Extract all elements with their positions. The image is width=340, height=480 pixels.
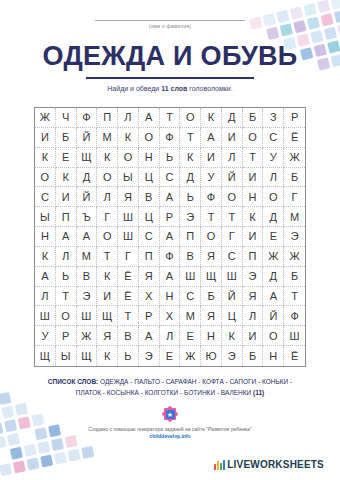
grid-cell[interactable]: Я (243, 287, 264, 307)
grid-cell[interactable]: Ц (139, 168, 160, 188)
grid-cell[interactable]: С (139, 227, 160, 247)
grid-cell[interactable]: А (56, 227, 77, 247)
grid-cell[interactable]: Э (180, 207, 201, 227)
grid-cell[interactable]: М (77, 247, 98, 267)
grid-cell[interactable]: Н (263, 346, 284, 366)
grid-cell[interactable]: Р (56, 326, 77, 346)
grid-cell[interactable]: Т (243, 148, 264, 168)
grid-cell[interactable]: В (180, 247, 201, 267)
grid-cell[interactable]: Д (263, 207, 284, 227)
grid-cell[interactable]: Р (160, 207, 181, 227)
grid-cell[interactable]: Ы (56, 346, 77, 366)
grid-cell[interactable]: К (201, 108, 222, 128)
grid-cell[interactable]: Е (160, 346, 181, 366)
decor-square (334, 10, 340, 23)
grid-cell[interactable]: Л (56, 247, 77, 267)
grid-cell[interactable]: Ж (284, 247, 305, 267)
grid-cell[interactable]: С (35, 187, 56, 207)
grid-cell[interactable]: Ф (284, 306, 305, 326)
grid-cell[interactable]: М (284, 207, 305, 227)
grid-cell[interactable]: О (35, 168, 56, 188)
grid-cell[interactable]: А (263, 287, 284, 307)
grid-cell[interactable]: Щ (77, 346, 98, 366)
grid-cell[interactable]: Л (243, 306, 264, 326)
instructions-suffix: головоломки. (187, 85, 232, 92)
grid-cell[interactable]: О (263, 187, 284, 207)
grid-cell[interactable]: В (118, 326, 139, 346)
grid-cell[interactable]: Э (222, 346, 243, 366)
grid-cell[interactable]: С (263, 128, 284, 148)
grid-cell[interactable]: Я (118, 187, 139, 207)
grid-cell[interactable]: Й (222, 168, 243, 188)
grid-cell[interactable]: Ь (160, 148, 181, 168)
grid-cell[interactable]: Ё (118, 287, 139, 307)
word-list-label: СПИСОК СЛОВ: (48, 378, 98, 385)
grid-cell[interactable]: Ж (263, 247, 284, 267)
grid-cell[interactable]: У (201, 168, 222, 188)
grid-cell[interactable]: Й (222, 287, 243, 307)
grid-cell[interactable]: Ь (56, 267, 77, 287)
grid-cell[interactable]: Ш (284, 326, 305, 346)
grid-cell[interactable]: А (201, 128, 222, 148)
grid-cell[interactable]: О (263, 326, 284, 346)
grid-cell[interactable]: М (180, 306, 201, 326)
grid-cell[interactable]: А (139, 108, 160, 128)
grid-cell[interactable]: Ч (56, 108, 77, 128)
grid-cell[interactable]: Щ (77, 148, 98, 168)
grid-cell[interactable]: О (97, 227, 118, 247)
logo-bar-red (214, 464, 216, 470)
grid-cell[interactable]: Н (35, 227, 56, 247)
logo-bar-blue (223, 460, 225, 470)
grid-cell[interactable]: У (263, 148, 284, 168)
instructions: Найди и обведи 11 слов головоломки. (0, 85, 340, 92)
grid-cell[interactable]: А (160, 187, 181, 207)
grid-cell[interactable]: И (201, 148, 222, 168)
grid-cell[interactable]: Ф (160, 247, 181, 267)
decor-square (0, 463, 12, 476)
grid-cell[interactable]: Г (222, 227, 243, 247)
instructions-word-count: 11 слов (161, 85, 187, 92)
grid-cell[interactable]: Я (201, 306, 222, 326)
grid-cell[interactable]: Т (160, 108, 181, 128)
grid-cell[interactable]: К (180, 148, 201, 168)
grid-cell[interactable]: О (97, 168, 118, 188)
grid-cell[interactable]: П (97, 108, 118, 128)
grid-cell[interactable]: Е (263, 227, 284, 247)
grid-cell[interactable]: Е (180, 326, 201, 346)
grid-cell[interactable]: Т (118, 306, 139, 326)
credit-text: Создано с помощью генератора заданий на … (0, 426, 340, 440)
grid-cell[interactable]: Й (263, 306, 284, 326)
grid-cell[interactable]: Э (139, 346, 160, 366)
grid-cell[interactable]: О (118, 148, 139, 168)
grid-cell[interactable]: А (160, 267, 181, 287)
grid-cell[interactable]: А (35, 267, 56, 287)
grid-cell[interactable]: Ш (77, 306, 98, 326)
grid-cell[interactable]: С (160, 168, 181, 188)
grid-cell[interactable]: Н (243, 187, 264, 207)
credit-link[interactable]: childdevelop.info (149, 433, 190, 439)
grid-cell[interactable]: К (243, 207, 264, 227)
liveworksheets-logo-icon (214, 460, 225, 470)
grid-cell[interactable]: Б (243, 346, 264, 366)
grid-cell[interactable]: Ё (284, 346, 305, 366)
grid-cell[interactable]: Б (284, 168, 305, 188)
grid-cell[interactable]: Н (160, 287, 181, 307)
decor-square (37, 441, 50, 454)
decor-square (290, 6, 303, 19)
grid-cell[interactable]: Р (284, 108, 305, 128)
grid-cell[interactable]: О (139, 128, 160, 148)
grid-cell[interactable]: Ф (77, 108, 98, 128)
grid-cell[interactable]: П (139, 247, 160, 267)
decor-square (54, 452, 67, 465)
grid-cell[interactable]: Г (118, 247, 139, 267)
grid-cell[interactable]: И (56, 187, 77, 207)
grid-cell[interactable]: К (35, 148, 56, 168)
grid-cell[interactable]: А (139, 326, 160, 346)
grid-cell[interactable]: Х (139, 287, 160, 307)
grid-cell[interactable]: Л (160, 326, 181, 346)
grid-cell[interactable]: Ш (118, 227, 139, 247)
title-underline (86, 77, 254, 79)
decor-square (1, 406, 14, 419)
grid-cell[interactable]: П (180, 227, 201, 247)
credit-line: Создано с помощью генератора заданий на … (0, 426, 340, 433)
grid-cell[interactable]: И (243, 326, 264, 346)
page-title: ОДЕЖДА И ОБУВЬ (0, 41, 340, 72)
decor-square (27, 457, 40, 470)
grid-cell[interactable]: Ш (118, 207, 139, 227)
grid-cell[interactable]: Д (222, 108, 243, 128)
grid-cell[interactable]: К (35, 247, 56, 267)
grid-cell[interactable]: Ъ (77, 207, 98, 227)
grid-cell[interactable]: Ь (118, 346, 139, 366)
grid-cell[interactable]: Б (243, 108, 264, 128)
grid-cell[interactable]: Э (284, 227, 305, 247)
grid-cell[interactable]: Л (118, 108, 139, 128)
grid-cell[interactable]: Ф (160, 128, 181, 148)
grid-cell[interactable]: Ш (180, 267, 201, 287)
grid-cell[interactable]: Ж (180, 346, 201, 366)
grid-cell[interactable]: Т (222, 207, 243, 227)
instructions-prefix: Найди и обведи (107, 85, 161, 92)
grid-cell[interactable]: Б (201, 287, 222, 307)
grid-cell[interactable]: Н (139, 148, 160, 168)
grid-cell[interactable]: Ж (35, 108, 56, 128)
grid-cell[interactable]: Ш (222, 267, 243, 287)
grid-cell[interactable]: Д (263, 267, 284, 287)
grid-cell[interactable]: В (139, 187, 160, 207)
grid-cell[interactable]: У (35, 326, 56, 346)
grid-cell[interactable]: К (222, 326, 243, 346)
grid-cell[interactable]: К (118, 128, 139, 148)
grid-cell[interactable]: Ц (222, 306, 243, 326)
grid-cell[interactable]: З (263, 108, 284, 128)
grid-cell[interactable]: Ц (139, 207, 160, 227)
grid-cell[interactable]: О (56, 306, 77, 326)
grid-cell[interactable]: Р (139, 306, 160, 326)
name-line-label: (имя и фамилия) (0, 23, 340, 29)
decor-square (24, 444, 37, 457)
grid-cell[interactable]: Т (97, 247, 118, 267)
grid-cell[interactable]: Ё (284, 128, 305, 148)
decor-square (13, 460, 26, 473)
grid-cell[interactable]: Ж (77, 326, 98, 346)
liveworksheets-brand[interactable]: LIVEWORKSHEETS (214, 459, 324, 470)
grid-cell[interactable]: Й (77, 128, 98, 148)
grid-cell[interactable]: Ш (35, 306, 56, 326)
grid-cell[interactable]: Т (180, 128, 201, 148)
grid-cell[interactable]: Щ (35, 346, 56, 366)
decor-square (317, 0, 330, 13)
grid-cell[interactable]: О (201, 227, 222, 247)
grid-cell[interactable]: Щ (97, 306, 118, 326)
grid-cell[interactable]: В (77, 267, 98, 287)
grid-cell[interactable]: П (243, 247, 264, 267)
grid-cell[interactable]: И (243, 168, 264, 188)
grid-cell[interactable]: О (243, 128, 264, 148)
grid-cell[interactable]: С (180, 287, 201, 307)
name-line[interactable] (95, 20, 245, 21)
grid-cell[interactable]: Ы (35, 207, 56, 227)
decor-square (331, 0, 340, 10)
grid-cell[interactable]: П (56, 207, 77, 227)
star-icon: ★ (167, 411, 173, 418)
grid-cell[interactable]: А (77, 227, 98, 247)
grid-cell[interactable]: А (160, 227, 181, 247)
grid-cell[interactable]: Б (56, 128, 77, 148)
liveworksheets-wordmark: LIVEWORKSHEETS (227, 459, 324, 470)
childdevelop-logo: ★ (163, 407, 177, 421)
grid-cell[interactable]: Т (56, 287, 77, 307)
grid-cell[interactable]: К (97, 346, 118, 366)
grid-cell[interactable]: Т (284, 287, 305, 307)
grid-cell[interactable]: Л (222, 148, 243, 168)
grid-cell[interactable]: С (222, 247, 243, 267)
grid-cell[interactable]: Г (97, 207, 118, 227)
grid-cell[interactable]: О (180, 108, 201, 128)
logo-bar-yellow (217, 461, 219, 470)
grid-cell[interactable]: И (222, 128, 243, 148)
decor-square (15, 403, 28, 416)
grid-cell[interactable]: Т (201, 207, 222, 227)
logo-bar-green (220, 463, 222, 470)
decor-square (0, 409, 1, 422)
grid-cell[interactable]: Г (284, 187, 305, 207)
decor-square (0, 392, 11, 405)
grid-cell[interactable]: И (97, 287, 118, 307)
grid-cell[interactable]: Щ (201, 267, 222, 287)
word-list-count: (11) (253, 389, 264, 396)
grid-cell[interactable]: К (97, 267, 118, 287)
word-search-grid[interactable]: ЖЧФПЛАТОКДБЗРИБЙМКОФТАИОСЁКЕЩКОНЬКИЛТУЖО… (34, 107, 306, 367)
grid-cell[interactable]: Д (77, 168, 98, 188)
grid-cell[interactable]: Я (201, 247, 222, 267)
grid-cell[interactable]: Ф (201, 187, 222, 207)
decor-square (81, 446, 94, 459)
grid-cell[interactable]: Ы (118, 168, 139, 188)
decor-square (303, 3, 316, 16)
decor-square (10, 447, 23, 460)
decor-square (68, 449, 81, 462)
grid-cell[interactable]: Л (97, 187, 118, 207)
decor-square (31, 413, 44, 426)
grid-cell[interactable]: И (35, 128, 56, 148)
decor-square (276, 10, 289, 23)
word-list: СПИСОК СЛОВ: ОДЕЖДА - ПАЛЬТО - САРАФАН -… (42, 376, 298, 398)
grid-cell[interactable]: Я (139, 267, 160, 287)
grid-cell[interactable]: М (97, 128, 118, 148)
logo-shield: ★ (166, 410, 175, 419)
grid-cell[interactable]: Э (77, 287, 98, 307)
grid-cell[interactable]: Я (97, 326, 118, 346)
grid-cell[interactable]: Й (77, 187, 98, 207)
grid-cell[interactable]: Э (243, 267, 264, 287)
grid-cell[interactable]: Ж (284, 148, 305, 168)
grid-cell[interactable]: Ё (118, 267, 139, 287)
grid-cell[interactable]: Ю (201, 346, 222, 366)
grid-cell[interactable]: Л (263, 168, 284, 188)
grid-cell[interactable]: К (97, 148, 118, 168)
grid-cell[interactable]: Н (201, 326, 222, 346)
grid-cell[interactable]: К (56, 168, 77, 188)
grid-cell[interactable]: Е (56, 148, 77, 168)
grid-cell[interactable]: Д (180, 168, 201, 188)
grid-cell[interactable]: Л (35, 287, 56, 307)
grid-cell[interactable]: Б (284, 267, 305, 287)
grid-cell[interactable]: О (222, 187, 243, 207)
grid-cell[interactable]: Ь (180, 187, 201, 207)
grid-cell[interactable]: И (243, 227, 264, 247)
grid-cell[interactable]: Х (160, 306, 181, 326)
decor-square (40, 455, 53, 468)
